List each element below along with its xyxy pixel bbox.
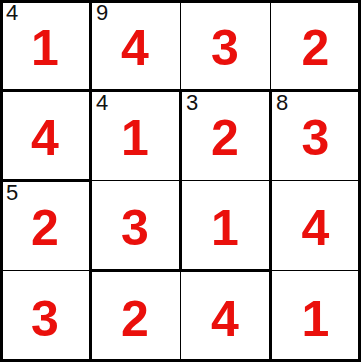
cell-r1c0[interactable]: 4: [0, 90, 90, 180]
cell-r0c1[interactable]: 94: [90, 0, 180, 90]
cell-r3c1[interactable]: 2: [90, 270, 180, 362]
cell-r2c0[interactable]: 52: [0, 180, 90, 270]
cage-sum-label: 4: [6, 1, 18, 24]
cell-value: 4: [211, 288, 239, 344]
cell-value: 3: [121, 197, 149, 253]
cell-value: 2: [31, 197, 59, 253]
cell-value: 4: [121, 17, 149, 73]
cell-r2c1[interactable]: 3: [90, 180, 180, 270]
cell-r2c2[interactable]: 1: [180, 180, 270, 270]
cell-r1c3[interactable]: 83: [270, 90, 361, 180]
cell-r0c2[interactable]: 3: [180, 0, 270, 90]
cell-value: 1: [121, 107, 149, 163]
cage-sum-label: 9: [96, 1, 108, 24]
cell-r1c2[interactable]: 32: [180, 90, 270, 180]
cell-value: 3: [31, 288, 59, 344]
cell-value: 2: [302, 17, 330, 73]
cell-r1c1[interactable]: 41: [90, 90, 180, 180]
cell-r3c0[interactable]: 3: [0, 270, 90, 362]
cell-r0c3[interactable]: 2: [270, 0, 361, 90]
killer-sudoku-board: 4194324413283523143241: [0, 0, 361, 362]
cage-sum-label: 4: [96, 91, 108, 114]
cell-value: 2: [121, 288, 149, 344]
puzzle-screenshot: 4194324413283523143241: [0, 0, 361, 362]
cage-sum-label: 8: [276, 91, 288, 114]
cell-value: 3: [211, 17, 239, 73]
cell-value: 4: [31, 107, 59, 163]
cell-value: 1: [302, 288, 330, 344]
cell-r2c3[interactable]: 4: [270, 180, 361, 270]
cell-r3c2[interactable]: 4: [180, 270, 270, 362]
cell-r3c3[interactable]: 1: [270, 270, 361, 362]
cage-sum-label: 3: [186, 91, 198, 114]
cage-sum-label: 5: [6, 181, 18, 204]
cell-value: 1: [211, 197, 239, 253]
cell-value: 2: [211, 107, 239, 163]
cell-value: 4: [302, 197, 330, 253]
cell-value: 3: [302, 107, 330, 163]
cell-value: 1: [31, 17, 59, 73]
cell-r0c0[interactable]: 41: [0, 0, 90, 90]
